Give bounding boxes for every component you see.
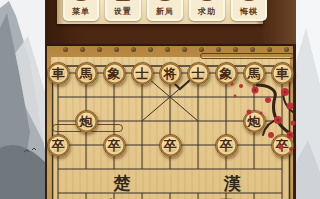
app-window: 菜单 设置 新局 求助 悔棋 楚河 漢界: [0, 0, 320, 199]
piece-character: 卒: [220, 139, 233, 152]
river-label-left: 楚河: [92, 172, 152, 199]
settings-button[interactable]: 设置: [105, 0, 141, 21]
new-game-button[interactable]: 新局: [147, 0, 183, 21]
undo-button[interactable]: 悔棋: [231, 0, 267, 21]
piece-black-horse[interactable]: 馬: [243, 62, 266, 85]
piece-character: 卒: [52, 139, 65, 152]
xiangqi-board[interactable]: 楚河 漢界 車馬象士将士象馬車炮炮卒卒卒卒卒: [45, 44, 296, 199]
piece-black-soldier[interactable]: 卒: [47, 134, 70, 157]
hint-button[interactable]: 求助: [189, 0, 225, 21]
piece-character: 車: [276, 67, 289, 80]
undo-button-label: 悔棋: [233, 6, 265, 17]
new-game-icon: [156, 0, 174, 1]
piece-black-cannon[interactable]: 炮: [75, 110, 98, 133]
piece-character: 馬: [80, 67, 93, 80]
piece-black-chariot[interactable]: 車: [271, 62, 294, 85]
piece-character: 象: [220, 67, 233, 80]
piece-character: 象: [108, 67, 121, 80]
piece-black-soldier[interactable]: 卒: [271, 134, 294, 157]
piece-character: 士: [192, 67, 205, 80]
piece-black-soldier[interactable]: 卒: [215, 134, 238, 157]
piece-black-soldier[interactable]: 卒: [159, 134, 182, 157]
piece-black-elephant[interactable]: 象: [103, 62, 126, 85]
piece-black-elephant[interactable]: 象: [215, 62, 238, 85]
piece-character: 炮: [80, 115, 93, 128]
ink-mountains-left: [0, 0, 45, 199]
menu-button[interactable]: 菜单: [63, 0, 99, 21]
slot-outline-top-right: [200, 53, 294, 59]
ink-mountains-right: [296, 0, 320, 199]
piece-black-general[interactable]: 将: [159, 62, 182, 85]
piece-black-horse[interactable]: 馬: [75, 62, 98, 85]
piece-character: 馬: [248, 67, 261, 80]
piece-character: 卒: [164, 139, 177, 152]
piece-character: 車: [52, 67, 65, 80]
top-banner: 菜单 设置 新局 求助 悔棋: [45, 0, 296, 44]
menu-button-label: 菜单: [65, 6, 97, 17]
settings-icon: [115, 0, 131, 1]
piece-black-cannon[interactable]: 炮: [243, 110, 266, 133]
hint-icon: [198, 0, 216, 1]
settings-button-label: 设置: [107, 6, 139, 17]
river-label-right: 漢界: [202, 172, 262, 199]
piece-character: 卒: [276, 139, 289, 152]
piece-character: 将: [164, 67, 177, 80]
piece-black-chariot[interactable]: 車: [47, 62, 70, 85]
piece-character: 炮: [248, 115, 261, 128]
new-game-button-label: 新局: [149, 6, 181, 17]
piece-black-advisor[interactable]: 士: [187, 62, 210, 85]
piece-black-advisor[interactable]: 士: [131, 62, 154, 85]
piece-character: 卒: [108, 139, 121, 152]
hint-button-label: 求助: [191, 6, 223, 17]
undo-icon: [240, 0, 258, 1]
menu-icon: [72, 0, 90, 1]
piece-character: 士: [136, 67, 149, 80]
piece-black-soldier[interactable]: 卒: [103, 134, 126, 157]
